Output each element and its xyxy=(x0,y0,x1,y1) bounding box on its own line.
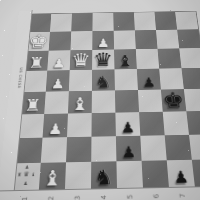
black-N-glyph: ♞ xyxy=(95,75,112,90)
board-perspective-wrapper: ♟♜♛♝♟ ♚♜♜♟♟♟♝♛♝♟♛♞♞♝♟♟♟♚♟ US CHESS 12345… xyxy=(13,12,200,191)
piece-bN-d4[interactable]: ♞ xyxy=(92,69,115,90)
white-B-glyph: ♝ xyxy=(71,96,89,113)
white-R-glyph: ♜ xyxy=(24,98,42,114)
piece-bP-d6[interactable]: ♟ xyxy=(137,69,161,90)
square-b6[interactable] xyxy=(135,30,158,49)
square-a5[interactable] xyxy=(113,13,135,31)
piece-bK-e7[interactable]: ♚ xyxy=(161,89,186,112)
square-b2[interactable] xyxy=(49,31,72,50)
square-f6[interactable] xyxy=(139,112,165,136)
square-f1[interactable] xyxy=(18,114,44,138)
square-g6[interactable] xyxy=(140,135,166,161)
square-f3[interactable] xyxy=(67,113,92,137)
square-f4[interactable] xyxy=(91,113,115,137)
piece-wQ-c3[interactable]: ♛ xyxy=(70,50,93,70)
piece-wP-b4[interactable]: ♟ xyxy=(92,31,114,50)
white-K-glyph: ♚ xyxy=(28,33,50,50)
square-e2[interactable] xyxy=(44,91,69,114)
square-b7[interactable] xyxy=(156,30,179,49)
emblem-piece-glyph: ♛ xyxy=(23,171,30,178)
rank-label-1: 1 xyxy=(20,186,30,200)
white-P-glyph: ♟ xyxy=(48,123,63,137)
square-c8[interactable] xyxy=(179,48,200,68)
square-a1[interactable] xyxy=(29,14,52,32)
square-b5[interactable] xyxy=(114,30,136,49)
square-d1[interactable] xyxy=(23,71,48,92)
white-P-glyph: ♟ xyxy=(51,79,65,91)
square-c6[interactable] xyxy=(136,49,159,69)
square-b3[interactable] xyxy=(70,31,92,50)
black-Q-glyph: ♛ xyxy=(93,52,113,69)
black-P-glyph: ♟ xyxy=(121,122,136,136)
frame-brand-text: US CHESS xyxy=(13,67,23,82)
square-e5[interactable] xyxy=(115,90,139,113)
square-g3[interactable] xyxy=(66,137,91,163)
piece-wB-e3[interactable]: ♝ xyxy=(68,91,92,114)
black-K-glyph: ♚ xyxy=(162,91,186,111)
white-P-glyph: ♟ xyxy=(97,38,110,49)
black-B-glyph: ♝ xyxy=(117,54,134,69)
square-a7[interactable] xyxy=(155,12,178,30)
rank-label-2: 2 xyxy=(47,185,57,200)
black-P-glyph: ♟ xyxy=(142,77,156,89)
square-f8[interactable] xyxy=(186,111,200,135)
square-a6[interactable] xyxy=(134,12,156,30)
piece-bP-g5[interactable]: ♟ xyxy=(116,136,142,162)
emblem-piece-glyph: ♟ xyxy=(25,165,30,170)
square-g8[interactable] xyxy=(189,134,200,159)
square-b8[interactable] xyxy=(177,29,200,48)
square-g4[interactable] xyxy=(91,136,116,162)
chessboard-photo: ♟♜♛♝♟ ♚♜♜♟♟♟♝♛♝♟♛♞♞♝♟♟♟♚♟ US CHESS 12345… xyxy=(0,0,200,200)
square-f7[interactable] xyxy=(163,111,189,135)
piece-wP-f2[interactable]: ♟ xyxy=(43,114,68,138)
piece-wP-d2[interactable]: ♟ xyxy=(46,70,70,91)
square-d3[interactable] xyxy=(69,70,92,91)
white-Q-glyph: ♛ xyxy=(71,52,91,69)
square-d5[interactable] xyxy=(114,69,137,90)
square-g2[interactable] xyxy=(41,137,67,163)
piece-bB-c5[interactable]: ♝ xyxy=(114,49,137,69)
square-e8[interactable] xyxy=(184,89,200,112)
piece-wR-c1[interactable]: ♜ xyxy=(25,51,49,71)
white-P-glyph: ♟ xyxy=(52,58,66,69)
emblem-piece-glyph: ♜ xyxy=(17,173,22,178)
square-e4[interactable] xyxy=(92,90,116,113)
piece-wK-b1[interactable]: ♚ xyxy=(27,32,50,51)
square-a2[interactable] xyxy=(50,14,72,32)
piece-bP-f5[interactable]: ♟ xyxy=(115,112,140,136)
piece-wR-e1[interactable]: ♜ xyxy=(20,92,45,115)
board-frame-bottom: 12345678 xyxy=(0,186,200,200)
square-d8[interactable] xyxy=(181,68,200,89)
rank-label-5: 5 xyxy=(126,184,135,200)
rank-label-3: 3 xyxy=(73,185,82,200)
square-a8[interactable] xyxy=(175,12,198,30)
square-c7[interactable] xyxy=(158,48,182,68)
square-a3[interactable] xyxy=(71,13,92,31)
piece-bQ-c4[interactable]: ♛ xyxy=(92,50,114,70)
square-g7[interactable] xyxy=(165,135,192,160)
white-R-glyph: ♜ xyxy=(28,56,45,70)
black-P-glyph: ♟ xyxy=(121,146,136,160)
square-d7[interactable] xyxy=(159,68,184,89)
square-e6[interactable] xyxy=(138,90,163,113)
square-a4[interactable] xyxy=(92,13,113,31)
piece-wP-c2[interactable]: ♟ xyxy=(47,50,70,70)
emblem-piece-glyph: ♝ xyxy=(31,172,36,177)
rank-label-4: 4 xyxy=(100,184,108,200)
